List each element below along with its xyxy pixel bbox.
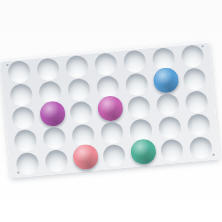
cavity-r3c6[interactable] [156, 93, 180, 117]
cavity-r1c7[interactable] [181, 44, 205, 68]
cavity-r4c7[interactable] [187, 113, 211, 137]
marble-purple[interactable] [39, 100, 66, 127]
marble-tray [0, 42, 220, 179]
cavity-r3c7[interactable] [185, 90, 209, 114]
cavity-r5c6[interactable] [160, 139, 184, 163]
cavity-r5c3[interactable] [73, 146, 97, 170]
marble-magenta[interactable] [96, 95, 123, 122]
corner-hole-bottom-left [17, 171, 19, 173]
cavity-r4c4[interactable] [100, 121, 124, 145]
cavity-r1c2[interactable] [36, 57, 60, 81]
cavity-r3c2[interactable] [40, 103, 64, 127]
cavity-r1c5[interactable] [123, 50, 147, 74]
cavity-r2c5[interactable] [125, 73, 149, 97]
cavity-r2c7[interactable] [183, 67, 207, 91]
cavity-grid [0, 42, 220, 179]
marble-pink[interactable] [72, 143, 99, 170]
cavity-r2c3[interactable] [67, 78, 91, 102]
cavity-r5c5[interactable] [131, 141, 155, 165]
cavity-r3c4[interactable] [98, 98, 122, 122]
cavity-r2c1[interactable] [9, 83, 33, 107]
cavity-r4c1[interactable] [13, 129, 37, 153]
cavity-r1c1[interactable] [7, 60, 31, 84]
cavity-r2c6[interactable] [154, 70, 178, 94]
cavity-r5c7[interactable] [189, 136, 213, 160]
cavity-r5c2[interactable] [44, 149, 68, 173]
cavity-r3c5[interactable] [127, 95, 151, 119]
cavity-r4c6[interactable] [158, 116, 182, 140]
cavity-r3c3[interactable] [69, 101, 93, 125]
cavity-r4c2[interactable] [42, 126, 66, 150]
cavity-r3c1[interactable] [11, 106, 35, 130]
corner-hole-top-right [202, 45, 204, 47]
corner-hole-bottom-right [212, 154, 214, 156]
cavity-r1c4[interactable] [94, 52, 118, 76]
cavity-r5c4[interactable] [102, 144, 126, 168]
photo-background [0, 0, 222, 222]
marble-green[interactable] [129, 138, 156, 165]
cavity-r1c3[interactable] [65, 55, 89, 79]
marble-blue[interactable] [152, 67, 179, 94]
